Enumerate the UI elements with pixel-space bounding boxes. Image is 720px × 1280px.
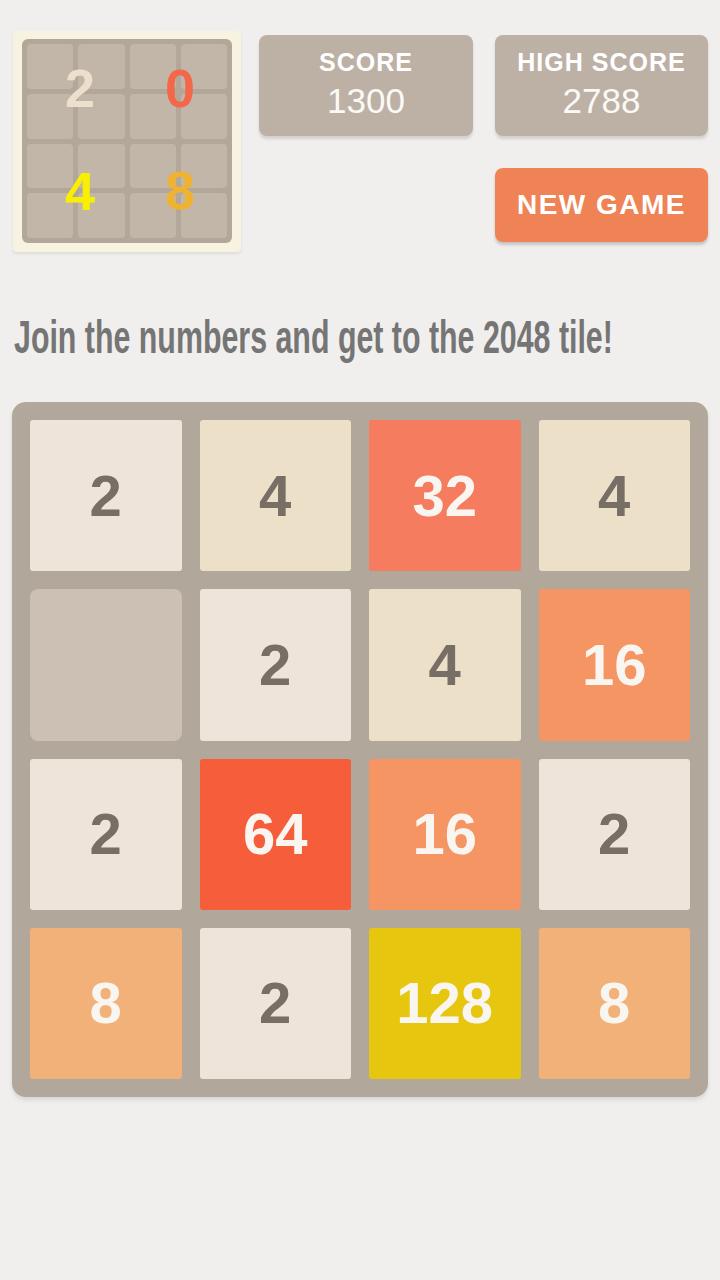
high-score-value: 2788 [495, 82, 708, 121]
high-score-label: HIGH SCORE [495, 49, 708, 77]
app-screen: 2048 SCORE 1300 HIGH SCORE 2788 NEW GAME… [0, 0, 720, 1280]
score-value: 1300 [259, 82, 473, 121]
high-score-box: HIGH SCORE 2788 [495, 35, 708, 136]
game-board[interactable]: 243242416264162821288 [12, 402, 708, 1097]
tile-4: 4 [200, 420, 352, 571]
logo-digit-4: 4 [65, 164, 95, 218]
tile-16: 16 [539, 589, 691, 740]
logo-mini-board [22, 39, 232, 243]
logo-digit-2: 2 [65, 61, 95, 115]
tile-2: 2 [200, 589, 352, 740]
tile-16: 16 [369, 759, 521, 910]
tile-2: 2 [539, 759, 691, 910]
logo-2048: 2048 [13, 31, 241, 252]
score-box: SCORE 1300 [259, 35, 473, 136]
tile-8: 8 [539, 928, 691, 1079]
tile-32: 32 [369, 420, 521, 571]
tile-4: 4 [539, 420, 691, 571]
new-game-button[interactable]: NEW GAME [495, 168, 708, 242]
empty-cell [30, 589, 182, 740]
tile-2: 2 [30, 420, 182, 571]
logo-digit-8: 8 [165, 163, 195, 217]
tile-64: 64 [200, 759, 352, 910]
logo-digit-0: 0 [165, 61, 195, 115]
tile-128: 128 [369, 928, 521, 1079]
score-label: SCORE [259, 49, 473, 77]
tile-2: 2 [200, 928, 352, 1079]
tile-4: 4 [369, 589, 521, 740]
tile-2: 2 [30, 759, 182, 910]
tagline: Join the numbers and get to the 2048 til… [14, 312, 613, 363]
tile-8: 8 [30, 928, 182, 1079]
